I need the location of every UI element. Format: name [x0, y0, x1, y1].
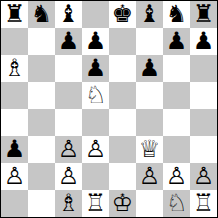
square-g7[interactable]: ♟: [163, 28, 190, 55]
piece-black-pawn: ♟: [193, 29, 215, 53]
square-h8[interactable]: ♜: [190, 1, 217, 28]
piece-black-pawn: ♟: [58, 29, 80, 53]
piece-black-knight: ♞: [166, 2, 188, 26]
piece-black-pawn: ♟: [166, 29, 188, 53]
square-g3[interactable]: [163, 136, 190, 163]
square-h3[interactable]: [190, 136, 217, 163]
piece-white-knight: ♘: [166, 191, 188, 215]
piece-white-pawn: ♙: [166, 164, 188, 188]
square-g1[interactable]: ♘: [163, 190, 190, 217]
piece-black-knight: ♞: [31, 2, 53, 26]
piece-black-bishop: ♝: [58, 2, 80, 26]
square-a3[interactable]: ♟: [1, 136, 28, 163]
square-b4[interactable]: [28, 109, 55, 136]
square-d4[interactable]: [82, 109, 109, 136]
square-f4[interactable]: [136, 109, 163, 136]
square-c2[interactable]: ♙: [55, 163, 82, 190]
square-g6[interactable]: [163, 55, 190, 82]
piece-black-pawn: ♟: [85, 29, 107, 53]
square-d5[interactable]: ♘: [82, 82, 109, 109]
piece-black-bishop: ♝: [139, 2, 161, 26]
piece-white-king: ♔: [112, 191, 134, 215]
square-a8[interactable]: ♜: [1, 1, 28, 28]
piece-black-pawn: ♟: [139, 56, 161, 80]
piece-white-knight: ♘: [85, 83, 107, 107]
square-d3[interactable]: ♙: [82, 136, 109, 163]
square-c6[interactable]: [55, 55, 82, 82]
square-a1[interactable]: [1, 190, 28, 217]
square-d1[interactable]: ♖: [82, 190, 109, 217]
square-a2[interactable]: ♙: [1, 163, 28, 190]
square-b3[interactable]: [28, 136, 55, 163]
piece-white-pawn: ♙: [139, 164, 161, 188]
square-h6[interactable]: [190, 55, 217, 82]
square-g5[interactable]: [163, 82, 190, 109]
piece-white-queen: ♕: [139, 137, 161, 161]
square-h4[interactable]: [190, 109, 217, 136]
piece-white-rook: ♖: [193, 191, 215, 215]
square-g2[interactable]: ♙: [163, 163, 190, 190]
square-c4[interactable]: [55, 109, 82, 136]
piece-white-pawn: ♙: [4, 164, 26, 188]
square-b6[interactable]: [28, 55, 55, 82]
square-e8[interactable]: ♚: [109, 1, 136, 28]
square-f3[interactable]: ♕: [136, 136, 163, 163]
piece-white-pawn: ♙: [193, 164, 215, 188]
square-b8[interactable]: ♞: [28, 1, 55, 28]
square-c3[interactable]: ♙: [55, 136, 82, 163]
square-b1[interactable]: [28, 190, 55, 217]
square-f1[interactable]: [136, 190, 163, 217]
square-a6[interactable]: ♗: [1, 55, 28, 82]
square-b5[interactable]: [28, 82, 55, 109]
piece-black-pawn: ♟: [85, 56, 107, 80]
square-c8[interactable]: ♝: [55, 1, 82, 28]
piece-black-pawn: ♟: [4, 137, 26, 161]
square-h7[interactable]: ♟: [190, 28, 217, 55]
square-h2[interactable]: ♙: [190, 163, 217, 190]
square-c1[interactable]: ♗: [55, 190, 82, 217]
piece-white-pawn: ♙: [58, 164, 80, 188]
square-c5[interactable]: [55, 82, 82, 109]
square-a4[interactable]: [1, 109, 28, 136]
square-a7[interactable]: [1, 28, 28, 55]
piece-white-bishop: ♗: [58, 191, 80, 215]
square-e1[interactable]: ♔: [109, 190, 136, 217]
piece-white-rook: ♖: [85, 191, 107, 215]
square-g4[interactable]: [163, 109, 190, 136]
square-a5[interactable]: [1, 82, 28, 109]
square-e6[interactable]: [109, 55, 136, 82]
square-d7[interactable]: ♟: [82, 28, 109, 55]
square-d8[interactable]: [82, 1, 109, 28]
square-e5[interactable]: [109, 82, 136, 109]
square-e3[interactable]: [109, 136, 136, 163]
square-e7[interactable]: [109, 28, 136, 55]
piece-white-pawn: ♙: [85, 137, 107, 161]
square-e4[interactable]: [109, 109, 136, 136]
square-b7[interactable]: [28, 28, 55, 55]
square-c7[interactable]: ♟: [55, 28, 82, 55]
piece-black-rook: ♜: [4, 2, 26, 26]
square-d2[interactable]: [82, 163, 109, 190]
chess-board: ♜♞♝♚♝♞♜♟♟♟♟♗♟♟♘♟♙♙♕♙♙♙♙♙♗♖♔♘♖: [0, 0, 218, 218]
square-g8[interactable]: ♞: [163, 1, 190, 28]
square-f6[interactable]: ♟: [136, 55, 163, 82]
piece-white-bishop: ♗: [4, 56, 26, 80]
piece-black-king: ♚: [112, 2, 134, 26]
square-e2[interactable]: [109, 163, 136, 190]
square-f7[interactable]: [136, 28, 163, 55]
piece-black-rook: ♜: [193, 2, 215, 26]
square-h5[interactable]: [190, 82, 217, 109]
square-f8[interactable]: ♝: [136, 1, 163, 28]
square-h1[interactable]: ♖: [190, 190, 217, 217]
piece-white-pawn: ♙: [58, 137, 80, 161]
square-b2[interactable]: [28, 163, 55, 190]
square-f5[interactable]: [136, 82, 163, 109]
square-f2[interactable]: ♙: [136, 163, 163, 190]
square-d6[interactable]: ♟: [82, 55, 109, 82]
